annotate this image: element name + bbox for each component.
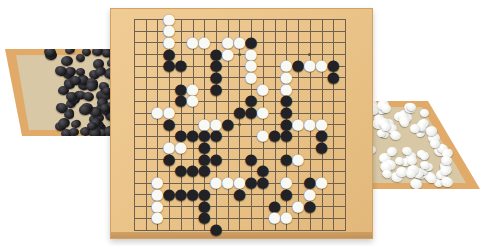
intersection [128, 212, 140, 224]
intersection [152, 37, 164, 49]
intersection: ● [187, 95, 199, 107]
intersection [339, 60, 351, 72]
intersection [140, 200, 152, 212]
tray-stone-white [395, 157, 404, 165]
intersection: ● [316, 60, 328, 72]
intersection [222, 212, 234, 224]
intersection [292, 25, 304, 37]
intersection [257, 37, 269, 49]
intersection [128, 60, 140, 72]
intersection [269, 165, 281, 177]
tray-stone-black [75, 67, 85, 76]
intersection [234, 130, 246, 142]
intersection [316, 25, 328, 37]
intersection [128, 118, 140, 130]
intersection [280, 25, 292, 37]
intersection [339, 25, 351, 37]
intersection [175, 13, 187, 25]
intersection [152, 48, 164, 60]
intersection [280, 37, 292, 49]
intersection [316, 95, 328, 107]
intersection [316, 200, 328, 212]
intersection [152, 72, 164, 84]
intersection: ● [304, 60, 316, 72]
go-board-grid: ●●●●●●●●●●●●●●●●●●●●●●●●●●●●●●●●●●●●●●●●… [128, 13, 351, 235]
intersection [128, 177, 140, 189]
intersection [245, 212, 257, 224]
intersection [128, 95, 140, 107]
intersection [269, 153, 281, 165]
board-side-edge [111, 232, 372, 238]
intersection [327, 212, 339, 224]
intersection [304, 13, 316, 25]
intersection: ● [292, 153, 304, 165]
black-stone[interactable]: ● [233, 187, 246, 202]
intersection: ● [257, 177, 269, 189]
intersection [327, 165, 339, 177]
intersection [175, 25, 187, 37]
intersection: ● [175, 95, 187, 107]
intersection [339, 118, 351, 130]
intersection [175, 212, 187, 224]
intersection [245, 200, 257, 212]
tray-stone-black [82, 91, 95, 103]
intersection [222, 13, 234, 25]
black-stone[interactable]: ● [327, 70, 340, 85]
tray-stone-black [64, 45, 76, 56]
go-board: ●●●●●●●●●●●●●●●●●●●●●●●●●●●●●●●●●●●●●●●●… [110, 8, 373, 239]
star-point [238, 123, 241, 126]
go-set-product-photo: ●●●●●●●●●●●●●●●●●●●●●●●●●●●●●●●●●●●●●●●●… [0, 0, 480, 246]
intersection [152, 60, 164, 72]
white-stone[interactable]: ● [151, 210, 164, 225]
intersection [292, 13, 304, 25]
tray-stone-white [419, 108, 429, 117]
intersection [327, 95, 339, 107]
intersection: ● [152, 212, 164, 224]
intersection: ● [187, 130, 199, 142]
white-stone[interactable]: ● [186, 93, 199, 108]
intersection [140, 107, 152, 119]
tray-stone-black [69, 128, 79, 137]
intersection [140, 212, 152, 224]
intersection [163, 212, 175, 224]
intersection [128, 142, 140, 154]
intersection: ● [257, 130, 269, 142]
intersection [257, 25, 269, 37]
tray-stone-white [406, 169, 416, 178]
intersection: ● [210, 153, 222, 165]
intersection: ● [210, 224, 222, 236]
intersection [128, 48, 140, 60]
intersection [269, 95, 281, 107]
star-point [308, 53, 311, 56]
intersection [175, 37, 187, 49]
black-stone[interactable]: ● [280, 128, 293, 143]
tray-stone-black [58, 86, 69, 95]
intersection [304, 142, 316, 154]
intersection [339, 37, 351, 49]
intersection [269, 37, 281, 49]
intersection [128, 13, 140, 25]
star-point [238, 53, 241, 56]
intersection: ● [222, 118, 234, 130]
intersection [339, 130, 351, 142]
intersection: ● [222, 48, 234, 60]
intersection [339, 95, 351, 107]
intersection [339, 189, 351, 201]
intersection [140, 60, 152, 72]
intersection [234, 83, 246, 95]
black-stone-tray[interactable] [2, 46, 115, 138]
intersection: ● [327, 72, 339, 84]
intersection [269, 177, 281, 189]
intersection: ● [234, 37, 246, 49]
intersection [140, 13, 152, 25]
tray-stone-white [440, 175, 454, 188]
intersection: ● [187, 189, 199, 201]
intersection [187, 13, 199, 25]
intersection: ● [316, 142, 328, 154]
intersection [327, 200, 339, 212]
white-stone[interactable]: ● [291, 152, 304, 167]
intersection: ● [316, 177, 328, 189]
intersection [222, 83, 234, 95]
intersection: ● [257, 107, 269, 119]
intersection [140, 83, 152, 95]
black-stone[interactable]: ● [209, 152, 222, 167]
tray-stone-black [78, 105, 90, 116]
intersection [210, 200, 222, 212]
intersection [269, 48, 281, 60]
intersection [128, 189, 140, 201]
black-stone[interactable]: ● [209, 82, 222, 97]
intersection [187, 212, 199, 224]
intersection [339, 165, 351, 177]
intersection [327, 142, 339, 154]
black-stone[interactable]: ● [209, 222, 222, 237]
black-stone[interactable]: ● [315, 140, 328, 155]
white-stone[interactable]: ● [221, 47, 234, 62]
intersection [140, 95, 152, 107]
intersection [339, 177, 351, 189]
intersection [327, 37, 339, 49]
intersection [222, 72, 234, 84]
intersection: ● [187, 37, 199, 49]
intersection [128, 153, 140, 165]
intersection: ● [234, 107, 246, 119]
intersection [234, 72, 246, 84]
intersection [327, 25, 339, 37]
intersection [198, 13, 210, 25]
intersection [292, 83, 304, 95]
black-stone[interactable]: ● [209, 128, 222, 143]
tray-stone-white [389, 129, 402, 141]
intersection [304, 25, 316, 37]
intersection [152, 83, 164, 95]
intersection [234, 212, 246, 224]
white-stone-tray[interactable] [366, 98, 480, 191]
intersection [257, 200, 269, 212]
white-stone-pile [366, 98, 480, 191]
intersection [316, 37, 328, 49]
intersection [316, 83, 328, 95]
intersection [339, 153, 351, 165]
intersection [304, 153, 316, 165]
intersection [339, 212, 351, 224]
intersection [128, 200, 140, 212]
intersection: ● [187, 165, 199, 177]
intersection [234, 13, 246, 25]
intersection [222, 200, 234, 212]
intersection: ● [222, 177, 234, 189]
intersection: ● [152, 107, 164, 119]
intersection [316, 212, 328, 224]
intersection: ● [175, 189, 187, 201]
intersection: ● [175, 60, 187, 72]
intersection [128, 107, 140, 119]
intersection [128, 165, 140, 177]
intersection: ● [304, 200, 316, 212]
intersection [339, 142, 351, 154]
intersection: ● [210, 130, 222, 142]
intersection [327, 153, 339, 165]
intersection [269, 25, 281, 37]
intersection [222, 95, 234, 107]
intersection [234, 153, 246, 165]
intersection [304, 83, 316, 95]
intersection [257, 48, 269, 60]
intersection [140, 130, 152, 142]
intersection [140, 165, 152, 177]
intersection [187, 60, 199, 72]
black-stone[interactable]: ● [303, 199, 316, 214]
intersection [316, 13, 328, 25]
intersection [140, 189, 152, 201]
intersection [140, 48, 152, 60]
intersection: ● [280, 212, 292, 224]
intersection [234, 142, 246, 154]
intersection [339, 107, 351, 119]
black-stone-pile [2, 46, 115, 138]
intersection [245, 13, 257, 25]
intersection [280, 13, 292, 25]
black-stone[interactable]: ● [174, 58, 187, 73]
intersection [128, 37, 140, 49]
intersection [257, 212, 269, 224]
intersection [222, 142, 234, 154]
white-stone[interactable]: ● [174, 140, 187, 155]
intersection [304, 95, 316, 107]
intersection [327, 107, 339, 119]
intersection [339, 200, 351, 212]
intersection: ● [304, 118, 316, 130]
intersection [128, 25, 140, 37]
intersection [269, 83, 281, 95]
intersection: ● [234, 189, 246, 201]
intersection [269, 72, 281, 84]
tray-stone-black [85, 80, 99, 92]
intersection [269, 13, 281, 25]
intersection [140, 72, 152, 84]
intersection [222, 153, 234, 165]
intersection [152, 153, 164, 165]
intersection [152, 142, 164, 154]
intersection [128, 83, 140, 95]
intersection [269, 60, 281, 72]
intersection: ● [257, 83, 269, 95]
intersection [140, 153, 152, 165]
white-stone[interactable]: ● [256, 82, 269, 97]
intersection [257, 60, 269, 72]
intersection: ● [210, 83, 222, 95]
intersection [339, 48, 351, 60]
intersection: ● [280, 130, 292, 142]
tray-stone-white [386, 146, 398, 157]
black-stone[interactable]: ● [221, 117, 234, 132]
tray-stone-white [409, 177, 424, 191]
intersection [269, 107, 281, 119]
intersection [339, 83, 351, 95]
intersection [234, 60, 246, 72]
intersection [152, 25, 164, 37]
white-stone[interactable]: ● [280, 210, 293, 225]
intersection [257, 13, 269, 25]
white-stone[interactable]: ● [315, 175, 328, 190]
intersection [128, 130, 140, 142]
intersection [327, 189, 339, 201]
intersection [152, 13, 164, 25]
intersection [140, 142, 152, 154]
intersection [327, 13, 339, 25]
intersection [339, 72, 351, 84]
intersection [140, 177, 152, 189]
intersection [140, 25, 152, 37]
black-stone[interactable]: ● [256, 175, 269, 190]
intersection [292, 95, 304, 107]
intersection [140, 37, 152, 49]
intersection: ● [269, 130, 281, 142]
intersection [152, 130, 164, 142]
intersection: ● [269, 212, 281, 224]
intersection [327, 177, 339, 189]
intersection [210, 13, 222, 25]
white-stone[interactable]: ● [256, 105, 269, 120]
intersection [327, 130, 339, 142]
intersection [304, 37, 316, 49]
intersection [140, 118, 152, 130]
intersection [292, 37, 304, 49]
intersection: ● [175, 142, 187, 154]
intersection: ● [175, 165, 187, 177]
intersection [339, 13, 351, 25]
intersection [128, 72, 140, 84]
intersection [327, 118, 339, 130]
